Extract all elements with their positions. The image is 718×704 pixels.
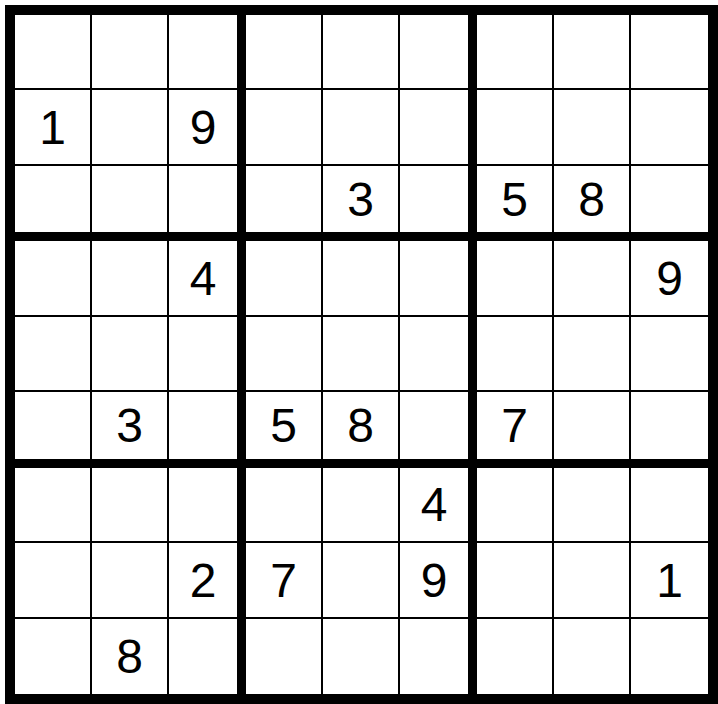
cell-r3c7[interactable]: 5 (477, 166, 554, 241)
given-digit: 8 (347, 402, 374, 450)
cell-r7c3[interactable] (169, 468, 246, 543)
cell-r9c2[interactable]: 8 (92, 619, 169, 694)
cell-r1c8[interactable] (554, 15, 631, 90)
cell-r9c9[interactable] (631, 619, 708, 694)
cell-r2c3[interactable]: 9 (169, 90, 246, 165)
sudoku-board: 19358493587427918 (5, 5, 718, 704)
cell-r8c3[interactable]: 2 (169, 543, 246, 618)
given-digit: 7 (270, 557, 297, 605)
given-digit: 9 (190, 104, 217, 152)
given-digit: 5 (270, 402, 297, 450)
cell-r1c9[interactable] (631, 15, 708, 90)
cell-r6c9[interactable] (631, 392, 708, 467)
cell-r2c4[interactable] (246, 90, 323, 165)
cell-r5c3[interactable] (169, 317, 246, 392)
cell-r9c5[interactable] (323, 619, 400, 694)
given-digit: 8 (578, 176, 605, 224)
cell-r7c2[interactable] (92, 468, 169, 543)
cell-r6c4[interactable]: 5 (246, 392, 323, 467)
cell-r4c1[interactable] (15, 241, 92, 316)
cell-r6c8[interactable] (554, 392, 631, 467)
cell-r5c7[interactable] (477, 317, 554, 392)
cell-r1c7[interactable] (477, 15, 554, 90)
cell-r7c8[interactable] (554, 468, 631, 543)
cell-r5c5[interactable] (323, 317, 400, 392)
cell-r3c4[interactable] (246, 166, 323, 241)
given-digit: 1 (656, 557, 683, 605)
cell-r2c9[interactable] (631, 90, 708, 165)
cell-r7c7[interactable] (477, 468, 554, 543)
cell-r2c5[interactable] (323, 90, 400, 165)
cell-r3c1[interactable] (15, 166, 92, 241)
cell-r6c2[interactable]: 3 (92, 392, 169, 467)
given-digit: 7 (501, 402, 528, 450)
cell-r3c9[interactable] (631, 166, 708, 241)
cell-r2c1[interactable]: 1 (15, 90, 92, 165)
cell-r1c5[interactable] (323, 15, 400, 90)
given-digit: 4 (190, 255, 217, 303)
given-digit: 3 (116, 402, 143, 450)
cell-r8c7[interactable] (477, 543, 554, 618)
cell-r5c6[interactable] (400, 317, 477, 392)
cell-r9c7[interactable] (477, 619, 554, 694)
cell-r8c1[interactable] (15, 543, 92, 618)
cell-r1c3[interactable] (169, 15, 246, 90)
cell-r8c5[interactable] (323, 543, 400, 618)
cell-r4c6[interactable] (400, 241, 477, 316)
cell-r3c8[interactable]: 8 (554, 166, 631, 241)
given-digit: 9 (421, 557, 448, 605)
cell-r4c8[interactable] (554, 241, 631, 316)
cell-r4c5[interactable] (323, 241, 400, 316)
cell-r5c4[interactable] (246, 317, 323, 392)
cell-r6c5[interactable]: 8 (323, 392, 400, 467)
cell-r1c2[interactable] (92, 15, 169, 90)
cell-r2c7[interactable] (477, 90, 554, 165)
cell-r8c2[interactable] (92, 543, 169, 618)
cell-r5c8[interactable] (554, 317, 631, 392)
given-digit: 3 (347, 176, 374, 224)
cell-r8c4[interactable]: 7 (246, 543, 323, 618)
cell-r4c4[interactable] (246, 241, 323, 316)
cell-r7c4[interactable] (246, 468, 323, 543)
cell-r9c1[interactable] (15, 619, 92, 694)
cell-r9c6[interactable] (400, 619, 477, 694)
cell-r6c6[interactable] (400, 392, 477, 467)
cell-r5c2[interactable] (92, 317, 169, 392)
given-digit: 1 (39, 104, 66, 152)
given-digit: 5 (501, 176, 528, 224)
cell-r9c4[interactable] (246, 619, 323, 694)
cell-r7c1[interactable] (15, 468, 92, 543)
cell-r4c9[interactable]: 9 (631, 241, 708, 316)
cell-r2c6[interactable] (400, 90, 477, 165)
cell-r4c3[interactable]: 4 (169, 241, 246, 316)
cell-r3c3[interactable] (169, 166, 246, 241)
given-digit: 9 (656, 255, 683, 303)
cell-r6c1[interactable] (15, 392, 92, 467)
cell-r3c5[interactable]: 3 (323, 166, 400, 241)
cell-r8c8[interactable] (554, 543, 631, 618)
given-digit: 2 (190, 557, 217, 605)
cell-r1c4[interactable] (246, 15, 323, 90)
cell-r1c1[interactable] (15, 15, 92, 90)
cell-r6c7[interactable]: 7 (477, 392, 554, 467)
cell-r7c5[interactable] (323, 468, 400, 543)
cell-r4c2[interactable] (92, 241, 169, 316)
cell-r3c2[interactable] (92, 166, 169, 241)
cell-r8c9[interactable]: 1 (631, 543, 708, 618)
sudoku-page: 19358493587427918 (0, 0, 718, 704)
cell-r2c8[interactable] (554, 90, 631, 165)
cell-r3c6[interactable] (400, 166, 477, 241)
given-digit: 4 (421, 481, 448, 529)
given-digit: 8 (116, 633, 143, 681)
cell-r7c9[interactable] (631, 468, 708, 543)
cell-r9c8[interactable] (554, 619, 631, 694)
cell-r9c3[interactable] (169, 619, 246, 694)
cell-r1c6[interactable] (400, 15, 477, 90)
cell-r2c2[interactable] (92, 90, 169, 165)
cell-r5c1[interactable] (15, 317, 92, 392)
cell-r5c9[interactable] (631, 317, 708, 392)
cell-r4c7[interactable] (477, 241, 554, 316)
cell-r6c3[interactable] (169, 392, 246, 467)
cell-r7c6[interactable]: 4 (400, 468, 477, 543)
cell-r8c6[interactable]: 9 (400, 543, 477, 618)
